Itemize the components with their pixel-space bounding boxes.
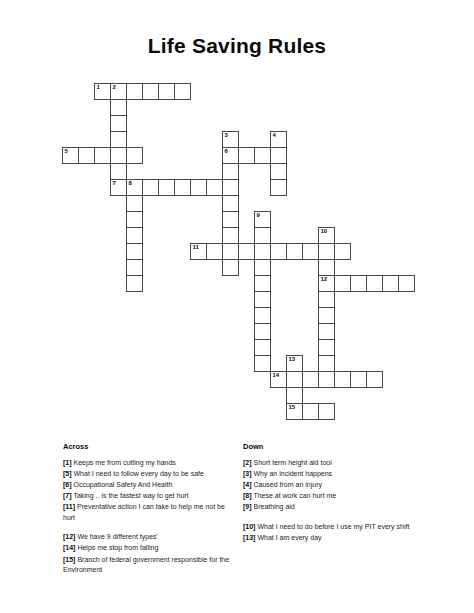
grid-cell-r3c3[interactable]: [110, 131, 127, 148]
clue-text: Why an incident happens: [252, 470, 333, 477]
cell-number: 5: [65, 148, 68, 155]
grid-cell-r5c10[interactable]: [222, 163, 239, 180]
grid-cell-r10c9[interactable]: [206, 243, 223, 260]
grid-cell-r9c10[interactable]: [222, 227, 239, 244]
clue-across-6: [6] Occupational Safety And Health: [63, 480, 237, 491]
clue-text: Helps me stop from falling: [75, 544, 158, 551]
grid-cell-r14c12[interactable]: [254, 307, 271, 324]
grid-cell-r13c12[interactable]: [254, 291, 271, 308]
grid-cell-r11c4[interactable]: [126, 259, 143, 276]
grid-cell-r6c6[interactable]: [158, 179, 175, 196]
grid-cell-r12c20[interactable]: [382, 275, 399, 292]
grid-cell-r10c12[interactable]: [254, 243, 271, 260]
across-heading: Across: [63, 442, 237, 451]
across-clue-list: [1] Keeps me from cutting my hands[5] Wh…: [63, 458, 237, 576]
clue-number: [12]: [63, 533, 75, 540]
clue-down-8: [8] These at work can hurt me: [243, 491, 425, 502]
clue-down-2: [2] Short term height aid tool: [243, 458, 425, 469]
grid-cell-r7c10[interactable]: [222, 195, 239, 212]
clue-across-1: [1] Keeps me from cutting my hands: [63, 458, 237, 469]
grid-cell-r8c12[interactable]: 9: [254, 211, 271, 228]
grid-cell-r4c2[interactable]: [94, 147, 111, 164]
grid-cell-r12c12[interactable]: [254, 275, 271, 292]
grid-cell-r18c18[interactable]: [350, 371, 367, 388]
across-clues-section: Across [1] Keeps me from cutting my hand…: [63, 442, 237, 576]
grid-cell-r11c12[interactable]: [254, 259, 271, 276]
grid-cell-r4c0[interactable]: 5: [62, 147, 79, 164]
clue-text: What I am every day: [255, 534, 321, 541]
grid-cell-r3c10[interactable]: 3: [222, 131, 239, 148]
grid-cell-r9c16[interactable]: 10: [318, 227, 335, 244]
cell-number: 8: [129, 180, 132, 187]
grid-cell-r4c4[interactable]: [126, 147, 143, 164]
cell-number: 13: [289, 356, 296, 363]
clue-number: [6]: [63, 481, 72, 488]
grid-cell-r2c3[interactable]: [110, 115, 127, 132]
cell-number: 6: [225, 148, 228, 155]
grid-cell-r4c13[interactable]: [270, 147, 287, 164]
grid-cell-r16c12[interactable]: [254, 339, 271, 356]
clue-text: Keeps me from cutting my hands: [72, 459, 176, 466]
grid-cell-r0c5[interactable]: [142, 83, 159, 100]
grid-cell-r10c8[interactable]: 11: [190, 243, 207, 260]
cell-number: 3: [225, 132, 228, 139]
cell-number: 10: [321, 228, 328, 235]
grid-cell-r6c13[interactable]: [270, 179, 287, 196]
grid-cell-r11c10[interactable]: [222, 259, 239, 276]
clue-number: [4]: [243, 481, 252, 488]
grid-cell-r6c3[interactable]: 7: [110, 179, 127, 196]
clue-across-7: [7] Taking .. is the fastest way to get …: [63, 491, 237, 502]
clue-number: [11]: [63, 503, 75, 510]
clue-across-11: [11] Preventative action I can take to h…: [63, 502, 237, 523]
grid-cell-r16c16[interactable]: [318, 339, 335, 356]
grid-cell-r6c7[interactable]: [174, 179, 191, 196]
clue-text: Occupational Safety And Health: [72, 481, 173, 488]
clue-text: Breathing aid: [252, 503, 295, 510]
cell-number: 12: [321, 276, 328, 283]
page: Life Saving Rules 123456789101112131415 …: [0, 0, 474, 613]
clue-text: Short term height aid tool: [252, 459, 332, 466]
clue-text: We have 9 different types': [75, 533, 157, 540]
grid-cell-r12c4[interactable]: [126, 275, 143, 292]
grid-cell-r13c16[interactable]: [318, 291, 335, 308]
clue-text: Branch of federal government responsible…: [63, 556, 229, 574]
grid-cell-r17c14[interactable]: 13: [286, 355, 303, 372]
grid-cell-r0c3[interactable]: 2: [110, 83, 127, 100]
grid-cell-r7c4[interactable]: [126, 195, 143, 212]
down-heading: Down: [243, 442, 425, 451]
grid-cell-r4c12[interactable]: [254, 147, 271, 164]
cell-number: 1: [97, 84, 100, 91]
grid-cell-r9c12[interactable]: [254, 227, 271, 244]
clue-number: [10]: [243, 523, 255, 530]
cell-number: 15: [289, 404, 296, 411]
grid-cell-r4c10[interactable]: 6: [222, 147, 239, 164]
clue-across-12: [12] We have 9 different types': [63, 532, 237, 543]
grid-cell-r4c1[interactable]: [78, 147, 95, 164]
clue-number: [2]: [243, 459, 252, 466]
grid-cell-r18c13[interactable]: 14: [270, 371, 287, 388]
grid-cell-r10c15[interactable]: [302, 243, 319, 260]
grid-cell-r10c10[interactable]: [222, 243, 239, 260]
clue-number: [15]: [63, 556, 75, 563]
grid-cell-r10c14[interactable]: [286, 243, 303, 260]
grid-cell-r0c2[interactable]: 1: [94, 83, 111, 100]
grid-cell-r11c16[interactable]: [318, 259, 335, 276]
grid-cell-r15c12[interactable]: [254, 323, 271, 340]
clue-text: These at work can hurt me: [252, 492, 337, 499]
cell-number: 14: [273, 372, 280, 379]
grid-cell-r10c4[interactable]: [126, 243, 143, 260]
clue-down-4: [4] Caused from an injury: [243, 480, 425, 491]
grid-cell-r18c17[interactable]: [334, 371, 351, 388]
grid-cell-r10c16[interactable]: [318, 243, 335, 260]
grid-cell-r4c11[interactable]: [238, 147, 255, 164]
grid-cell-r10c11[interactable]: [238, 243, 255, 260]
clue-number: [8]: [243, 492, 252, 499]
grid-cell-r6c10[interactable]: [222, 179, 239, 196]
grid-cell-r10c13[interactable]: [270, 243, 287, 260]
grid-cell-r17c12[interactable]: [254, 355, 271, 372]
grid-cell-r9c4[interactable]: [126, 227, 143, 244]
grid-cell-r6c8[interactable]: [190, 179, 207, 196]
clue-down-13: [13] What I am every day: [243, 533, 425, 544]
clue-text: What I need to do before I use my PIT ev…: [255, 523, 409, 530]
crossword-grid: 123456789101112131415: [62, 83, 415, 420]
clue-down-10: [10] What I need to do before I use my P…: [243, 522, 425, 533]
grid-cell-r18c14[interactable]: [286, 371, 303, 388]
clue-text: Taking .. is the fastest way to get hurt: [72, 492, 189, 499]
grid-cell-r5c3[interactable]: [110, 163, 127, 180]
grid-cell-r5c13[interactable]: [270, 163, 287, 180]
grid-cell-r20c15[interactable]: [302, 403, 319, 420]
clue-number: [14]: [63, 544, 75, 551]
clue-text: Caused from an injury: [252, 481, 322, 488]
grid-cell-r6c9[interactable]: [206, 179, 223, 196]
clue-down-3: [3] Why an incident happens: [243, 469, 425, 480]
clue-across-14: [14] Helps me stop from falling: [63, 543, 237, 554]
grid-cell-r0c4[interactable]: [126, 83, 143, 100]
grid-cell-r18c19[interactable]: [366, 371, 383, 388]
grid-cell-r20c14[interactable]: 15: [286, 403, 303, 420]
grid-cell-r12c18[interactable]: [350, 275, 367, 292]
page-title: Life Saving Rules: [0, 34, 474, 58]
grid-cell-r8c4[interactable]: [126, 211, 143, 228]
grid-cell-r8c10[interactable]: [222, 211, 239, 228]
clue-number: [1]: [63, 459, 72, 466]
grid-cell-r14c16[interactable]: [318, 307, 335, 324]
clue-text: Preventative action I can take to help m…: [63, 503, 225, 521]
grid-cell-r12c16[interactable]: 12: [318, 275, 335, 292]
clue-across-15: [15] Branch of federal government respon…: [63, 555, 237, 576]
cell-number: 4: [273, 132, 276, 139]
down-clue-list: [2] Short term height aid tool[3] Why an…: [243, 458, 425, 544]
grid-cell-r18c16[interactable]: [318, 371, 335, 388]
grid-cell-r18c15[interactable]: [302, 371, 319, 388]
grid-cell-r10c17[interactable]: [334, 243, 351, 260]
grid-cell-r17c16[interactable]: [318, 355, 335, 372]
clue-number: [7]: [63, 492, 72, 499]
clue-number: [13]: [243, 534, 255, 541]
clue-down-9: [9] Breathing aid: [243, 502, 425, 513]
grid-cell-r12c17[interactable]: [334, 275, 351, 292]
grid-cell-r20c16[interactable]: [318, 403, 335, 420]
cell-number: 2: [113, 84, 116, 91]
down-clues-section: Down [2] Short term height aid tool[3] W…: [243, 442, 425, 544]
grid-cell-r15c16[interactable]: [318, 323, 335, 340]
grid-cell-r4c3[interactable]: [110, 147, 127, 164]
grid-cell-r12c21[interactable]: [398, 275, 415, 292]
cell-number: 11: [193, 244, 199, 251]
cell-number: 9: [257, 212, 260, 219]
grid-cell-r12c19[interactable]: [366, 275, 383, 292]
grid-cell-r3c13[interactable]: 4: [270, 131, 287, 148]
cell-number: 7: [113, 180, 116, 187]
clue-text: What I need to follow every day to be sa…: [72, 470, 204, 477]
grid-cell-r6c4[interactable]: 8: [126, 179, 143, 196]
grid-cell-r1c3[interactable]: [110, 99, 127, 116]
clue-number: [9]: [243, 503, 252, 510]
grid-cell-r19c14[interactable]: [286, 387, 303, 404]
clue-across-5: [5] What I need to follow every day to b…: [63, 469, 237, 480]
grid-cell-r6c5[interactable]: [142, 179, 159, 196]
grid-cell-r0c7[interactable]: [174, 83, 191, 100]
clue-number: [5]: [63, 470, 72, 477]
clue-number: [3]: [243, 470, 252, 477]
grid-cell-r0c6[interactable]: [158, 83, 175, 100]
